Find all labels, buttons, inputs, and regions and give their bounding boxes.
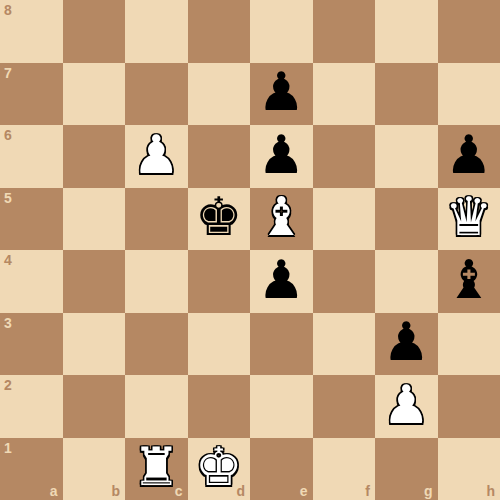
square-g6[interactable]	[375, 125, 438, 188]
rank-label-1: 1	[4, 441, 12, 455]
square-c7[interactable]	[125, 63, 188, 126]
square-d6[interactable]	[188, 125, 251, 188]
white-bishop-e5[interactable]: ♝	[257, 190, 305, 243]
square-c2[interactable]	[125, 375, 188, 438]
square-d1[interactable]: d♚	[188, 438, 251, 500]
square-h4[interactable]: ♝	[438, 250, 500, 313]
square-g5[interactable]	[375, 188, 438, 251]
file-label-a: a	[50, 484, 58, 498]
file-label-e: e	[300, 484, 308, 498]
white-rook-c1[interactable]: ♜	[132, 440, 180, 493]
square-a8[interactable]: 8	[0, 0, 63, 63]
rank-label-6: 6	[4, 128, 12, 142]
square-f1[interactable]: f	[313, 438, 376, 500]
square-b7[interactable]	[63, 63, 126, 126]
square-e1[interactable]: e	[250, 438, 313, 500]
square-d8[interactable]	[188, 0, 251, 63]
white-king-d1[interactable]: ♚	[195, 440, 243, 493]
black-bishop-h4[interactable]: ♝	[445, 253, 493, 306]
rank-label-7: 7	[4, 66, 12, 80]
square-a3[interactable]: 3	[0, 313, 63, 376]
square-a1[interactable]: 1a	[0, 438, 63, 500]
white-pawn-g2[interactable]: ♟	[382, 378, 430, 431]
black-pawn-g3[interactable]: ♟	[382, 315, 430, 368]
square-h3[interactable]	[438, 313, 500, 376]
square-c6[interactable]: ♟	[125, 125, 188, 188]
square-h1[interactable]: h	[438, 438, 500, 500]
square-e4[interactable]: ♟	[250, 250, 313, 313]
black-pawn-h6[interactable]: ♟	[445, 128, 493, 181]
black-pawn-e7[interactable]: ♟	[257, 65, 305, 118]
rank-label-5: 5	[4, 191, 12, 205]
square-b4[interactable]	[63, 250, 126, 313]
square-f4[interactable]	[313, 250, 376, 313]
black-king-d5[interactable]: ♚	[195, 190, 243, 243]
square-a4[interactable]: 4	[0, 250, 63, 313]
square-b6[interactable]	[63, 125, 126, 188]
square-f5[interactable]	[313, 188, 376, 251]
square-c3[interactable]	[125, 313, 188, 376]
square-g2[interactable]: ♟	[375, 375, 438, 438]
square-d4[interactable]	[188, 250, 251, 313]
rank-label-4: 4	[4, 253, 12, 267]
square-b3[interactable]	[63, 313, 126, 376]
square-h6[interactable]: ♟	[438, 125, 500, 188]
square-a6[interactable]: 6	[0, 125, 63, 188]
white-pawn-c6[interactable]: ♟	[132, 128, 180, 181]
square-a7[interactable]: 7	[0, 63, 63, 126]
square-e2[interactable]	[250, 375, 313, 438]
square-b1[interactable]: b	[63, 438, 126, 500]
file-label-g: g	[424, 484, 433, 498]
square-c1[interactable]: c♜	[125, 438, 188, 500]
chess-board: 87♟6♟♟♟5♚♝♛4♟♝3♟2♟1abc♜d♚efgh	[0, 0, 500, 500]
square-d2[interactable]	[188, 375, 251, 438]
square-f3[interactable]	[313, 313, 376, 376]
square-c4[interactable]	[125, 250, 188, 313]
square-f6[interactable]	[313, 125, 376, 188]
file-label-f: f	[365, 484, 370, 498]
square-f7[interactable]	[313, 63, 376, 126]
chess-board-container: 87♟6♟♟♟5♚♝♛4♟♝3♟2♟1abc♜d♚efgh	[0, 0, 500, 500]
file-label-h: h	[486, 484, 495, 498]
square-f2[interactable]	[313, 375, 376, 438]
square-d3[interactable]	[188, 313, 251, 376]
square-g8[interactable]	[375, 0, 438, 63]
square-g3[interactable]: ♟	[375, 313, 438, 376]
square-h5[interactable]: ♛	[438, 188, 500, 251]
square-c5[interactable]	[125, 188, 188, 251]
square-g4[interactable]	[375, 250, 438, 313]
square-d7[interactable]	[188, 63, 251, 126]
square-h2[interactable]	[438, 375, 500, 438]
square-e6[interactable]: ♟	[250, 125, 313, 188]
white-queen-h5[interactable]: ♛	[445, 190, 493, 243]
square-g1[interactable]: g	[375, 438, 438, 500]
square-a2[interactable]: 2	[0, 375, 63, 438]
square-h7[interactable]	[438, 63, 500, 126]
square-f8[interactable]	[313, 0, 376, 63]
black-pawn-e6[interactable]: ♟	[257, 128, 305, 181]
rank-label-2: 2	[4, 378, 12, 392]
black-pawn-e4[interactable]: ♟	[257, 253, 305, 306]
square-e8[interactable]	[250, 0, 313, 63]
square-b8[interactable]	[63, 0, 126, 63]
square-e5[interactable]: ♝	[250, 188, 313, 251]
rank-label-8: 8	[4, 3, 12, 17]
rank-label-3: 3	[4, 316, 12, 330]
square-e7[interactable]: ♟	[250, 63, 313, 126]
square-b5[interactable]	[63, 188, 126, 251]
square-h8[interactable]	[438, 0, 500, 63]
file-label-b: b	[111, 484, 120, 498]
square-e3[interactable]	[250, 313, 313, 376]
square-g7[interactable]	[375, 63, 438, 126]
square-a5[interactable]: 5	[0, 188, 63, 251]
square-c8[interactable]	[125, 0, 188, 63]
square-d5[interactable]: ♚	[188, 188, 251, 251]
square-b2[interactable]	[63, 375, 126, 438]
